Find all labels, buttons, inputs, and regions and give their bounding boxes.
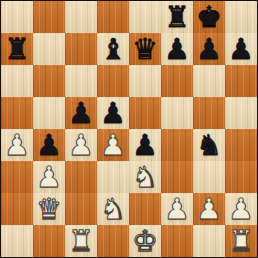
square-e1[interactable]: ♚	[129, 225, 161, 257]
square-d7[interactable]: ♝	[97, 33, 129, 65]
square-c1[interactable]: ♜	[65, 225, 97, 257]
square-c8[interactable]	[65, 1, 97, 33]
square-b3[interactable]: ♟	[33, 161, 65, 193]
square-a3[interactable]	[1, 161, 33, 193]
piece-white-pawn[interactable]: ♟	[228, 193, 254, 225]
square-e4[interactable]: ♟	[129, 129, 161, 161]
square-c5[interactable]: ♟	[65, 97, 97, 129]
square-b2[interactable]: ♛	[33, 193, 65, 225]
square-a5[interactable]	[1, 97, 33, 129]
square-c6[interactable]	[65, 65, 97, 97]
piece-white-pawn[interactable]: ♟	[100, 129, 126, 161]
square-h4[interactable]	[225, 129, 257, 161]
square-f7[interactable]: ♟	[161, 33, 193, 65]
piece-black-king[interactable]: ♚	[196, 1, 222, 33]
piece-white-pawn[interactable]: ♟	[68, 129, 94, 161]
square-g4[interactable]: ♞	[193, 129, 225, 161]
piece-white-pawn[interactable]: ♟	[164, 193, 190, 225]
square-d5[interactable]: ♟	[97, 97, 129, 129]
piece-white-rook[interactable]: ♜	[68, 225, 94, 257]
square-h7[interactable]: ♟	[225, 33, 257, 65]
square-d2[interactable]: ♞	[97, 193, 129, 225]
square-f4[interactable]	[161, 129, 193, 161]
piece-black-rook[interactable]: ♜	[164, 1, 190, 33]
square-f5[interactable]	[161, 97, 193, 129]
square-e7[interactable]: ♛	[129, 33, 161, 65]
square-d6[interactable]	[97, 65, 129, 97]
piece-black-pawn[interactable]: ♟	[228, 33, 254, 65]
piece-white-king[interactable]: ♚	[132, 225, 158, 257]
square-h8[interactable]	[225, 1, 257, 33]
square-a1[interactable]	[1, 225, 33, 257]
piece-black-pawn[interactable]: ♟	[132, 129, 158, 161]
square-g8[interactable]: ♚	[193, 1, 225, 33]
square-d4[interactable]: ♟	[97, 129, 129, 161]
piece-black-queen[interactable]: ♛	[132, 33, 158, 65]
square-b1[interactable]	[33, 225, 65, 257]
square-g1[interactable]	[193, 225, 225, 257]
square-e8[interactable]	[129, 1, 161, 33]
square-h6[interactable]	[225, 65, 257, 97]
piece-black-pawn[interactable]: ♟	[36, 129, 62, 161]
square-h3[interactable]	[225, 161, 257, 193]
square-f6[interactable]	[161, 65, 193, 97]
piece-black-pawn[interactable]: ♟	[68, 97, 94, 129]
piece-white-pawn[interactable]: ♟	[196, 193, 222, 225]
square-f2[interactable]: ♟	[161, 193, 193, 225]
piece-black-pawn[interactable]: ♟	[164, 33, 190, 65]
square-f8[interactable]: ♜	[161, 1, 193, 33]
square-d1[interactable]	[97, 225, 129, 257]
piece-black-knight[interactable]: ♞	[196, 129, 222, 161]
square-c2[interactable]	[65, 193, 97, 225]
square-b8[interactable]	[33, 1, 65, 33]
piece-white-knight[interactable]: ♞	[132, 161, 158, 193]
square-h1[interactable]: ♜	[225, 225, 257, 257]
square-a2[interactable]	[1, 193, 33, 225]
piece-black-pawn[interactable]: ♟	[100, 97, 126, 129]
square-b6[interactable]	[33, 65, 65, 97]
square-c7[interactable]	[65, 33, 97, 65]
square-d8[interactable]	[97, 1, 129, 33]
square-d3[interactable]	[97, 161, 129, 193]
square-a8[interactable]	[1, 1, 33, 33]
square-g3[interactable]	[193, 161, 225, 193]
piece-white-pawn[interactable]: ♟	[36, 161, 62, 193]
piece-white-pawn[interactable]: ♟	[4, 129, 30, 161]
piece-white-rook[interactable]: ♜	[228, 225, 254, 257]
square-e6[interactable]	[129, 65, 161, 97]
piece-black-rook[interactable]: ♜	[4, 33, 30, 65]
square-a7[interactable]: ♜	[1, 33, 33, 65]
piece-black-pawn[interactable]: ♟	[196, 33, 222, 65]
square-e2[interactable]	[129, 193, 161, 225]
piece-black-bishop[interactable]: ♝	[100, 33, 126, 65]
square-e5[interactable]	[129, 97, 161, 129]
square-a6[interactable]	[1, 65, 33, 97]
square-c3[interactable]	[65, 161, 97, 193]
square-f3[interactable]	[161, 161, 193, 193]
square-g7[interactable]: ♟	[193, 33, 225, 65]
square-c4[interactable]: ♟	[65, 129, 97, 161]
piece-white-knight[interactable]: ♞	[100, 193, 126, 225]
square-b4[interactable]: ♟	[33, 129, 65, 161]
chess-board: ♜♚♜♝♛♟♟♟♟♟♟♟♟♟♟♞♟♞♛♞♟♟♟♜♚♜	[0, 0, 258, 258]
square-h5[interactable]	[225, 97, 257, 129]
square-h2[interactable]: ♟	[225, 193, 257, 225]
piece-white-queen[interactable]: ♛	[36, 193, 62, 225]
square-a4[interactable]: ♟	[1, 129, 33, 161]
square-g6[interactable]	[193, 65, 225, 97]
square-f1[interactable]	[161, 225, 193, 257]
square-e3[interactable]: ♞	[129, 161, 161, 193]
square-g2[interactable]: ♟	[193, 193, 225, 225]
square-g5[interactable]	[193, 97, 225, 129]
square-b5[interactable]	[33, 97, 65, 129]
square-b7[interactable]	[33, 33, 65, 65]
